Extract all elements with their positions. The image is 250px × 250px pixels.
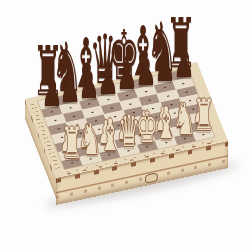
- product-photo: ♜♞♝♛♚♝♞♜♟♟♟♟♟♟♟♟♟♟♟♟♟♟♟♟♜♞♝♛♚♝♞♜: [0, 0, 250, 250]
- box-latch-icon: [145, 172, 158, 184]
